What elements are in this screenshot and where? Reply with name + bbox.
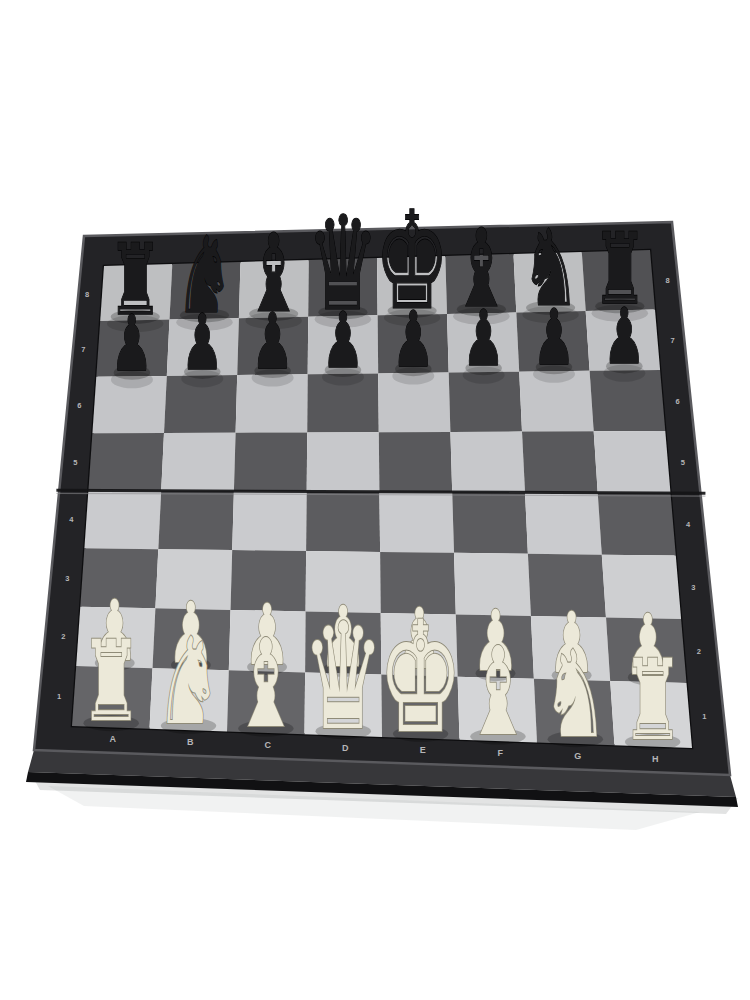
square-d5: [307, 432, 380, 492]
square-f4: [452, 492, 528, 554]
rank-label-left-6: 6: [77, 401, 81, 410]
piece-white-bishop-c1: ♝: [232, 613, 300, 755]
piece-black-pawn-a7: ♟: [111, 299, 154, 388]
square-b5: [161, 433, 235, 491]
rank-label-right-6: 6: [676, 397, 680, 406]
piece-white-knight-g1: ♞: [542, 626, 608, 764]
product-photo: ABCDEFGH8765432187654321♜♞♝♛♚♝♞♜♟♟♟♟♟♟♟♟…: [0, 0, 750, 1000]
piece-black-pawn-d7: ♟: [322, 296, 365, 385]
rank-label-left-5: 5: [73, 458, 77, 467]
rank-label-left-7: 7: [81, 345, 85, 354]
piece-black-pawn-e7: ♟: [392, 295, 435, 384]
square-a4: [84, 490, 161, 549]
piece-black-pawn-h7: ♟: [603, 292, 646, 381]
piece-black-pawn-f7: ♟: [462, 294, 505, 383]
chess-board: ABCDEFGH8765432187654321♜♞♝♛♚♝♞♜♟♟♟♟♟♟♟♟…: [0, 0, 750, 1000]
square-c4: [232, 491, 307, 551]
rank-label-right-1: 1: [702, 712, 706, 721]
square-a5: [88, 433, 164, 491]
rank-label-left-3: 3: [65, 574, 69, 583]
rank-label-right-5: 5: [681, 458, 685, 467]
piece-white-bishop-f1: ♝: [464, 621, 532, 763]
square-f5: [450, 432, 525, 493]
piece-white-knight-b1: ♞: [155, 612, 221, 750]
square-b4: [158, 491, 234, 550]
piece-black-pawn-g7: ♟: [533, 293, 576, 382]
square-g5: [522, 431, 598, 492]
rank-label-left-2: 2: [61, 632, 65, 641]
piece-black-pawn-b7: ♟: [181, 298, 224, 387]
square-g4: [525, 492, 602, 554]
rank-label-right-7: 7: [670, 336, 674, 345]
piece-white-rook-h1: ♜: [622, 636, 684, 766]
rank-label-left-1: 1: [57, 692, 61, 701]
piece-white-queen-d1: ♛: [302, 591, 384, 763]
square-h5: [594, 431, 671, 493]
rank-label-right-3: 3: [691, 583, 695, 592]
piece-white-rook-a1: ♜: [80, 617, 142, 747]
square-c5: [234, 432, 307, 491]
square-h4: [598, 493, 676, 556]
rank-label-right-2: 2: [697, 647, 701, 656]
rank-label-left-8: 8: [85, 290, 89, 299]
piece-white-king-e1: ♚: [378, 588, 463, 767]
square-e4: [379, 492, 454, 553]
rank-label-right-8: 8: [665, 276, 669, 285]
piece-black-pawn-c7: ♟: [251, 297, 294, 386]
square-e5: [379, 432, 452, 492]
square-d4: [306, 491, 380, 552]
